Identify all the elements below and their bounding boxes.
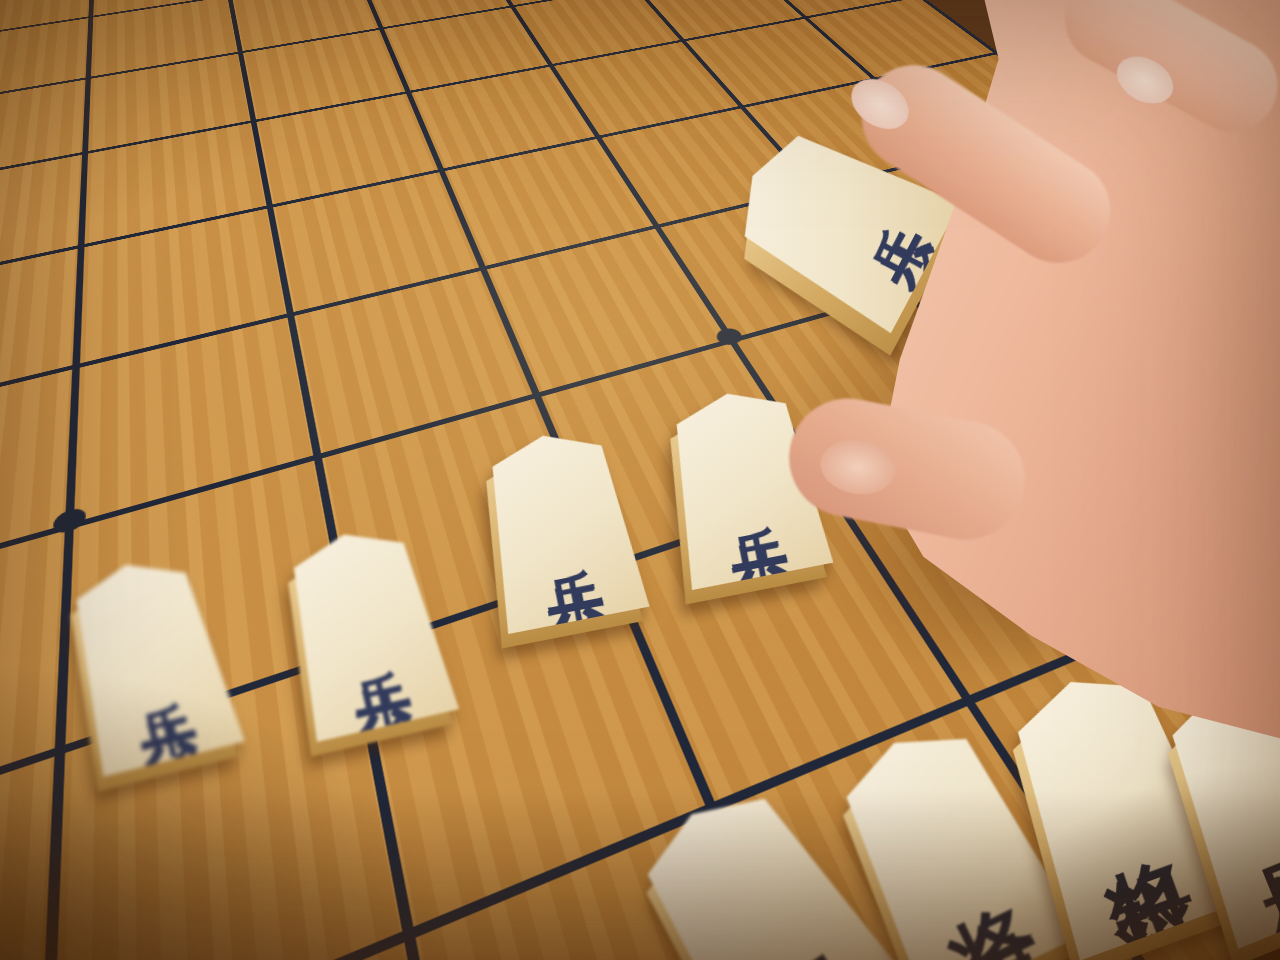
player-hand <box>0 0 1280 960</box>
photo-stage: 歩兵 歩兵 歩兵 歩兵 王将 <box>0 0 1280 960</box>
